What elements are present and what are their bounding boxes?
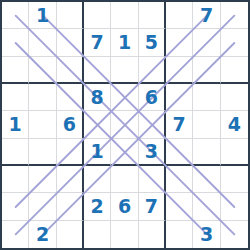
cell-r5c2[interactable] [29, 111, 56, 138]
cell-r1c2[interactable]: 1 [29, 2, 56, 29]
cell-r1c4[interactable] [84, 2, 111, 29]
cell-r6c2[interactable] [29, 139, 56, 166]
given-digit: 1 [91, 142, 104, 161]
cell-r1c7[interactable] [166, 2, 193, 29]
given-digit: 1 [9, 115, 22, 134]
cell-r4c4[interactable]: 8 [84, 84, 111, 111]
cell-r9c7[interactable] [166, 221, 193, 248]
given-digit: 2 [91, 197, 104, 216]
cell-r8c7[interactable] [166, 193, 193, 220]
cell-r9c5[interactable] [111, 221, 138, 248]
cell-r3c7[interactable] [166, 57, 193, 84]
cell-r4c7[interactable] [166, 84, 193, 111]
cell-r9c9[interactable] [221, 221, 248, 248]
cell-r6c9[interactable] [221, 139, 248, 166]
cell-r6c5[interactable] [111, 139, 138, 166]
cell-r2c7[interactable] [166, 29, 193, 56]
cell-r2c4[interactable]: 7 [84, 29, 111, 56]
cell-r6c3[interactable] [57, 139, 84, 166]
cell-r3c3[interactable] [57, 57, 84, 84]
cell-r1c8[interactable]: 7 [193, 2, 220, 29]
cell-r3c5[interactable] [111, 57, 138, 84]
given-digit: 2 [36, 225, 49, 244]
cell-r7c6[interactable] [139, 166, 166, 193]
sudoku-board: 177158616741326723 [0, 0, 250, 250]
cell-r8c4[interactable]: 2 [84, 193, 111, 220]
cell-r8c1[interactable] [2, 193, 29, 220]
cell-r8c6[interactable]: 7 [139, 193, 166, 220]
cell-r6c4[interactable]: 1 [84, 139, 111, 166]
cell-r2c8[interactable] [193, 29, 220, 56]
cell-r9c8[interactable]: 3 [193, 221, 220, 248]
cell-r5c1[interactable]: 1 [2, 111, 29, 138]
cell-r9c1[interactable] [2, 221, 29, 248]
given-digit: 1 [36, 6, 49, 25]
cell-r9c3[interactable] [57, 221, 84, 248]
cell-r1c1[interactable] [2, 2, 29, 29]
cell-r4c6[interactable]: 6 [139, 84, 166, 111]
cell-r3c1[interactable] [2, 57, 29, 84]
given-digit: 5 [145, 33, 158, 52]
cell-r5c7[interactable]: 7 [166, 111, 193, 138]
cell-r4c9[interactable] [221, 84, 248, 111]
given-digit: 6 [63, 115, 76, 134]
cell-r8c2[interactable] [29, 193, 56, 220]
cell-r7c8[interactable] [193, 166, 220, 193]
cell-r1c9[interactable] [221, 2, 248, 29]
given-digit: 6 [118, 197, 131, 216]
cell-r5c8[interactable] [193, 111, 220, 138]
given-digit: 8 [91, 88, 104, 107]
cell-r2c9[interactable] [221, 29, 248, 56]
cell-r7c2[interactable] [29, 166, 56, 193]
cell-r7c4[interactable] [84, 166, 111, 193]
cell-r2c2[interactable] [29, 29, 56, 56]
cell-r7c3[interactable] [57, 166, 84, 193]
cell-r9c6[interactable] [139, 221, 166, 248]
cell-r4c1[interactable] [2, 84, 29, 111]
cell-r5c5[interactable] [111, 111, 138, 138]
cell-r6c7[interactable] [166, 139, 193, 166]
cell-r3c2[interactable] [29, 57, 56, 84]
cell-r2c6[interactable]: 5 [139, 29, 166, 56]
cell-r6c6[interactable]: 3 [139, 139, 166, 166]
cell-r1c6[interactable] [139, 2, 166, 29]
cell-r7c1[interactable] [2, 166, 29, 193]
given-digit: 3 [200, 225, 213, 244]
cell-r3c9[interactable] [221, 57, 248, 84]
cell-r3c8[interactable] [193, 57, 220, 84]
cell-r5c6[interactable] [139, 111, 166, 138]
cell-r7c9[interactable] [221, 166, 248, 193]
given-digit: 7 [200, 6, 213, 25]
given-digit: 7 [91, 33, 104, 52]
sudoku-grid: 177158616741326723 [2, 2, 248, 248]
cell-r1c5[interactable] [111, 2, 138, 29]
given-digit: 1 [118, 33, 131, 52]
cell-r5c3[interactable]: 6 [57, 111, 84, 138]
cell-r8c5[interactable]: 6 [111, 193, 138, 220]
cell-r2c5[interactable]: 1 [111, 29, 138, 56]
cell-r2c1[interactable] [2, 29, 29, 56]
cell-r6c1[interactable] [2, 139, 29, 166]
cell-r8c9[interactable] [221, 193, 248, 220]
cell-r8c8[interactable] [193, 193, 220, 220]
cell-r5c4[interactable] [84, 111, 111, 138]
given-digit: 7 [173, 115, 186, 134]
given-digit: 3 [145, 142, 158, 161]
cell-r3c4[interactable] [84, 57, 111, 84]
given-digit: 7 [145, 197, 158, 216]
cell-r4c5[interactable] [111, 84, 138, 111]
given-digit: 4 [228, 115, 241, 134]
cell-r3c6[interactable] [139, 57, 166, 84]
cell-r5c9[interactable]: 4 [221, 111, 248, 138]
cell-r4c3[interactable] [57, 84, 84, 111]
cell-r1c3[interactable] [57, 2, 84, 29]
cell-r2c3[interactable] [57, 29, 84, 56]
cell-r9c4[interactable] [84, 221, 111, 248]
cell-r9c2[interactable]: 2 [29, 221, 56, 248]
given-digit: 6 [145, 88, 158, 107]
cell-r4c8[interactable] [193, 84, 220, 111]
cell-r6c8[interactable] [193, 139, 220, 166]
cell-r4c2[interactable] [29, 84, 56, 111]
cell-r7c7[interactable] [166, 166, 193, 193]
cell-r7c5[interactable] [111, 166, 138, 193]
cell-r8c3[interactable] [57, 193, 84, 220]
